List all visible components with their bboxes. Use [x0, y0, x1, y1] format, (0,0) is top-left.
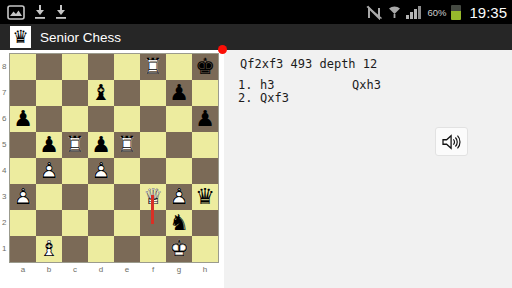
white-pawn-outline: ♙	[166, 184, 192, 210]
square-f6[interactable]	[140, 106, 166, 132]
square-h3[interactable]: ♛	[192, 184, 218, 210]
white-rook: ♜	[140, 54, 166, 80]
file-label-h: h	[203, 266, 207, 274]
square-f7[interactable]	[140, 80, 166, 106]
black-pawn: ♟	[36, 132, 62, 158]
square-g1[interactable]: ♚♔	[166, 236, 192, 262]
white-pawn: ♟	[88, 158, 114, 184]
move-number: 2.	[238, 92, 260, 105]
file-label-e: e	[125, 266, 129, 274]
square-c6[interactable]	[62, 106, 88, 132]
square-b7[interactable]	[36, 80, 62, 106]
move-row: 2. Qxf3	[238, 92, 381, 105]
square-g2[interactable]: ♞	[166, 210, 192, 236]
square-e8[interactable]	[114, 54, 140, 80]
square-g3[interactable]: ♟♙	[166, 184, 192, 210]
battery-percent: 60%	[427, 7, 446, 18]
square-a7[interactable]	[10, 80, 36, 106]
app-bar: ♛ Senior Chess	[0, 24, 512, 50]
square-g7[interactable]: ♟	[166, 80, 192, 106]
file-label-f: f	[152, 266, 154, 274]
square-e6[interactable]	[114, 106, 140, 132]
file-label-d: d	[99, 266, 103, 274]
file-label-g: g	[177, 266, 181, 274]
square-c8[interactable]	[62, 54, 88, 80]
square-f4[interactable]	[140, 158, 166, 184]
square-b1[interactable]: ♝♗	[36, 236, 62, 262]
square-a6[interactable]: ♟	[10, 106, 36, 132]
gallery-icon	[7, 5, 25, 20]
square-a3[interactable]: ♟♙	[10, 184, 36, 210]
queen-icon: ♛	[12, 28, 28, 46]
sound-button[interactable]	[435, 127, 468, 156]
black-king: ♚	[192, 54, 218, 80]
square-b6[interactable]	[36, 106, 62, 132]
white-rook-outline: ♖	[62, 132, 88, 158]
square-h1[interactable]	[192, 236, 218, 262]
download-icon	[55, 4, 67, 20]
white-pawn: ♟	[36, 158, 62, 184]
black-pawn: ♟	[166, 80, 192, 106]
clock: 19:35	[469, 4, 507, 21]
black-pawn: ♟	[88, 132, 114, 158]
square-e3[interactable]	[114, 184, 140, 210]
white-rook: ♜	[114, 132, 140, 158]
file-label-c: c	[73, 266, 77, 274]
square-d5[interactable]: ♟	[88, 132, 114, 158]
rank-label-4: 4	[2, 167, 6, 175]
square-c5[interactable]: ♜♖	[62, 132, 88, 158]
rank-label-3: 3	[2, 193, 6, 201]
app-window: 60% 19:35 ♛ Senior Chess ♜♖♚♝♟♟♟♟♜♖♟♜♖♟♙…	[0, 0, 512, 288]
square-h7[interactable]	[192, 80, 218, 106]
square-f5[interactable]	[140, 132, 166, 158]
square-b3[interactable]	[36, 184, 62, 210]
battery-icon	[451, 5, 461, 20]
white-pawn-outline: ♙	[10, 184, 36, 210]
last-move-line	[151, 195, 154, 224]
status-bar-right: 60% 19:35	[366, 4, 509, 21]
square-g8[interactable]	[166, 54, 192, 80]
square-d8[interactable]	[88, 54, 114, 80]
square-h8[interactable]: ♚	[192, 54, 218, 80]
black-knight: ♞	[166, 210, 192, 236]
square-e5[interactable]: ♜♖	[114, 132, 140, 158]
white-pawn-outline: ♙	[36, 158, 62, 184]
white-pawn: ♟	[166, 184, 192, 210]
square-c1[interactable]	[62, 236, 88, 262]
square-a5[interactable]	[10, 132, 36, 158]
black-bishop: ♝	[88, 80, 114, 106]
square-e4[interactable]	[114, 158, 140, 184]
square-g5[interactable]	[166, 132, 192, 158]
download-icon	[34, 4, 46, 20]
square-d4[interactable]: ♟♙	[88, 158, 114, 184]
speaker-icon	[441, 133, 463, 151]
move-list: 1. h3 Qxh3 2. Qxf3	[238, 79, 381, 105]
square-h4[interactable]	[192, 158, 218, 184]
square-f1[interactable]	[140, 236, 166, 262]
rank-label-8: 8	[2, 63, 6, 71]
app-title: Senior Chess	[40, 30, 121, 45]
white-pawn-outline: ♙	[88, 158, 114, 184]
file-label-a: a	[21, 266, 25, 274]
rank-label-6: 6	[2, 115, 6, 123]
square-c3[interactable]	[62, 184, 88, 210]
analysis-panel: Qf2xf3 493 depth 12 1. h3 Qxh3 2. Qxf3	[224, 50, 512, 288]
square-b5[interactable]: ♟	[36, 132, 62, 158]
square-g4[interactable]	[166, 158, 192, 184]
square-c7[interactable]	[62, 80, 88, 106]
white-rook: ♜	[62, 132, 88, 158]
white-move: Qxf3	[260, 92, 352, 105]
square-d1[interactable]	[88, 236, 114, 262]
engine-evaluation: Qf2xf3 493 depth 12	[240, 57, 377, 71]
black-move: Qxh3	[352, 79, 381, 92]
square-g6[interactable]	[166, 106, 192, 132]
square-a4[interactable]	[10, 158, 36, 184]
white-bishop: ♝	[36, 236, 62, 262]
square-b8[interactable]	[36, 54, 62, 80]
black-pawn: ♟	[10, 106, 36, 132]
black-pawn: ♟	[192, 106, 218, 132]
square-b2[interactable]	[36, 210, 62, 236]
square-b4[interactable]: ♟♙	[36, 158, 62, 184]
black-queen: ♛	[192, 184, 218, 210]
square-d3[interactable]	[88, 184, 114, 210]
rank-label-5: 5	[2, 141, 6, 149]
square-h6[interactable]: ♟	[192, 106, 218, 132]
chess-board[interactable]: ♜♖♚♝♟♟♟♟♜♖♟♜♖♟♙♟♙♟♙♛♕♟♙♛♞♝♗♚♔	[9, 53, 219, 263]
square-e2[interactable]	[114, 210, 140, 236]
white-king-outline: ♔	[166, 236, 192, 262]
white-bishop-outline: ♗	[36, 236, 62, 262]
nfc-off-icon	[366, 5, 383, 20]
square-d7[interactable]: ♝	[88, 80, 114, 106]
square-c4[interactable]	[62, 158, 88, 184]
rank-label-2: 2	[2, 219, 6, 227]
file-label-b: b	[47, 266, 51, 274]
square-a1[interactable]	[10, 236, 36, 262]
engine-busy-dot	[218, 45, 227, 54]
square-e1[interactable]	[114, 236, 140, 262]
square-a2[interactable]	[10, 210, 36, 236]
status-bar-left	[7, 4, 67, 20]
hotspot-icon	[387, 5, 402, 19]
app-icon: ♛	[10, 26, 31, 48]
rank-label-1: 1	[2, 245, 6, 253]
square-h5[interactable]	[192, 132, 218, 158]
white-pawn: ♟	[10, 184, 36, 210]
square-e7[interactable]	[114, 80, 140, 106]
square-c2[interactable]	[62, 210, 88, 236]
square-f8[interactable]: ♜♖	[140, 54, 166, 80]
white-rook-outline: ♖	[140, 54, 166, 80]
status-bar: 60% 19:35	[0, 0, 512, 24]
square-a8[interactable]	[10, 54, 36, 80]
white-rook-outline: ♖	[114, 132, 140, 158]
white-king: ♚	[166, 236, 192, 262]
rank-label-7: 7	[2, 89, 6, 97]
signal-icon	[406, 5, 422, 19]
square-d2[interactable]	[88, 210, 114, 236]
square-h2[interactable]	[192, 210, 218, 236]
square-d6[interactable]	[88, 106, 114, 132]
